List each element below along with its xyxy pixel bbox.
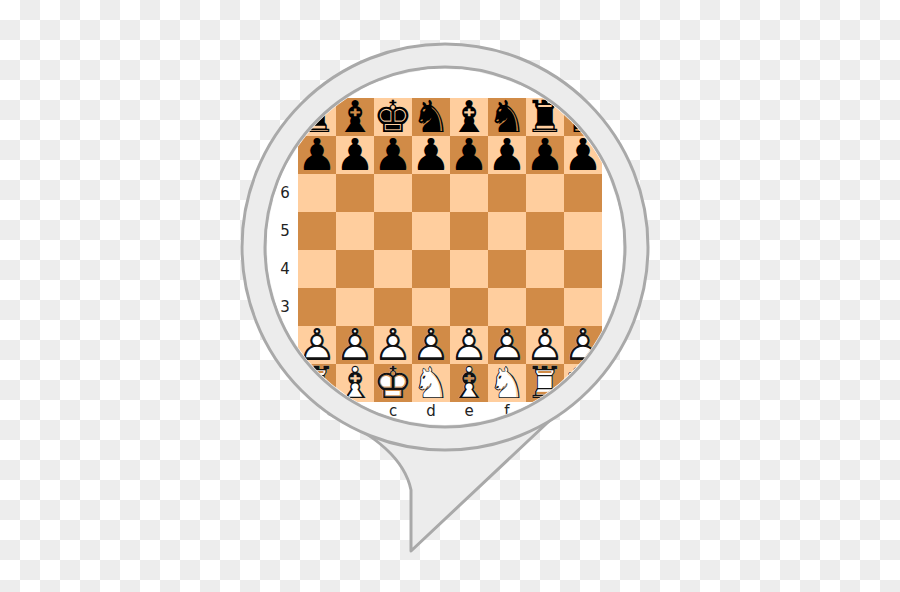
square-h4 [564, 250, 602, 288]
piece-white-bishop: ♗ [450, 364, 488, 402]
square-b7: ♟ [336, 136, 374, 174]
piece-black-pawn: ♟ [526, 136, 564, 174]
square-a4 [298, 250, 336, 288]
square-f4 [488, 250, 526, 288]
square-e4 [450, 250, 488, 288]
rank-label-4: 4 [274, 250, 296, 288]
square-e5 [450, 212, 488, 250]
square-g5 [526, 212, 564, 250]
square-g6 [526, 174, 564, 212]
piece-black-pawn: ♟ [374, 136, 412, 174]
square-e7: ♟ [450, 136, 488, 174]
square-g7: ♟ [526, 136, 564, 174]
square-c4 [374, 250, 412, 288]
square-c7: ♟ [374, 136, 412, 174]
square-e1: ♝♗ [450, 364, 488, 402]
square-c1: ♚♔ [374, 364, 412, 402]
square-d1: ♞♘ [412, 364, 450, 402]
square-c5 [374, 212, 412, 250]
square-d4 [412, 250, 450, 288]
piece-white-king: ♔ [374, 364, 412, 402]
square-g4 [526, 250, 564, 288]
square-f5 [488, 212, 526, 250]
square-a5 [298, 212, 336, 250]
square-a6 [298, 174, 336, 212]
piece-black-pawn: ♟ [298, 136, 336, 174]
square-f7: ♟ [488, 136, 526, 174]
piece-white-knight: ♘ [412, 364, 450, 402]
square-a7: ♟ [298, 136, 336, 174]
rank-label-5: 5 [274, 212, 296, 250]
piece-white-knight: ♘ [488, 364, 526, 402]
chess-board: ♜♝♚♞♝♞♜♛♟♟♟♟♟♟♟♟♟♙♟♙♟♙♟♙♟♙♟♙♟♙♟♙♜♖♝♗♚♔♞♘… [298, 98, 602, 402]
file-label-e: e [450, 402, 488, 420]
piece-black-pawn: ♟ [412, 136, 450, 174]
square-h5 [564, 212, 602, 250]
piece-black-pawn: ♟ [336, 136, 374, 174]
square-h6 [564, 174, 602, 212]
square-b5 [336, 212, 374, 250]
square-d7: ♟ [412, 136, 450, 174]
square-b6 [336, 174, 374, 212]
transparency-checkerboard-background: ♜♝♚♞♝♞♜♛♟♟♟♟♟♟♟♟♟♙♟♙♟♙♟♙♟♙♟♙♟♙♟♙♜♖♝♗♚♔♞♘… [0, 0, 900, 592]
piece-black-pawn: ♟ [488, 136, 526, 174]
square-f6 [488, 174, 526, 212]
square-e6 [450, 174, 488, 212]
square-f1: ♞♘ [488, 364, 526, 402]
square-b4 [336, 250, 374, 288]
file-label-d: d [412, 402, 450, 420]
square-c6 [374, 174, 412, 212]
square-d5 [412, 212, 450, 250]
square-d6 [412, 174, 450, 212]
piece-black-pawn: ♟ [450, 136, 488, 174]
